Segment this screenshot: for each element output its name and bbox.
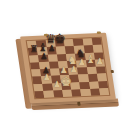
board-square (99, 88, 109, 96)
brass-clasp-icon (77, 102, 81, 106)
product-photo: ♛♚♜♝♟♟♞♟♞♟♝♟♟♟♟♟♚ (0, 0, 140, 140)
chess-board: ♛♚♜♝♟♟♞♟♞♟♝♟♟♟♟♟♚ (20, 33, 116, 103)
board-frame: ♛♚♜♝♟♟♞♟♞♟♝♟♟♟♟♟♚ (20, 33, 116, 103)
brass-hinge-icon (97, 31, 101, 34)
board-grid (27, 38, 110, 99)
brass-hinge-icon (44, 34, 48, 37)
brass-clasp-icon (111, 70, 114, 73)
